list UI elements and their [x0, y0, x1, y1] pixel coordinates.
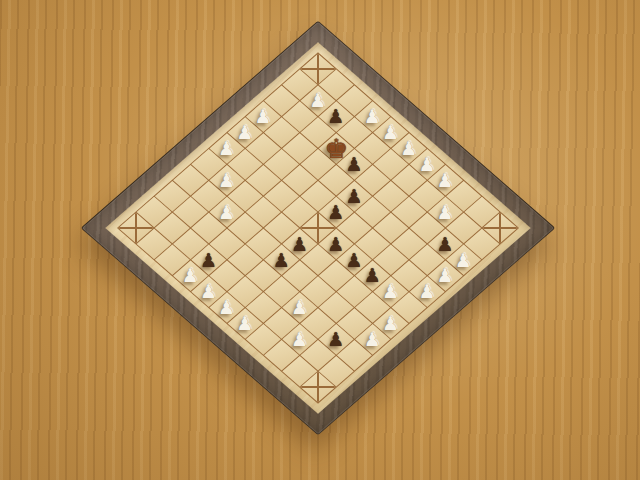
board-frame: ♟♟♟♟♟♟♟♟♚♟♟♟♟♟♟♟♟♟♟♟♟♟♟♟♟♟♟♟♟♟♟♟♟♟♟♟♟ [81, 21, 556, 436]
white-attacker-pawn[interactable]: ♟ [237, 121, 254, 145]
dark-defender-pawn[interactable]: ♟ [328, 232, 345, 256]
dark-defender-pawn[interactable]: ♟ [328, 327, 345, 351]
white-attacker-pawn[interactable]: ♟ [237, 311, 254, 335]
white-attacker-pawn[interactable]: ♟ [437, 168, 454, 192]
dark-defender-pawn[interactable]: ♟ [364, 264, 381, 288]
dark-defender-pawn[interactable]: ♟ [346, 152, 363, 176]
dark-defender-pawn[interactable]: ♟ [328, 105, 345, 129]
dark-defender-pawn[interactable]: ♟ [346, 184, 363, 208]
dark-defender-pawn[interactable]: ♟ [291, 232, 308, 256]
white-attacker-pawn[interactable]: ♟ [419, 152, 436, 176]
white-attacker-pawn[interactable]: ♟ [401, 136, 418, 160]
white-attacker-pawn[interactable]: ♟ [437, 200, 454, 224]
dark-defender-pawn[interactable]: ♟ [200, 248, 217, 272]
white-attacker-pawn[interactable]: ♟ [382, 121, 399, 145]
white-attacker-pawn[interactable]: ♟ [437, 264, 454, 288]
hnefatafl-board: ♟♟♟♟♟♟♟♟♚♟♟♟♟♟♟♟♟♟♟♟♟♟♟♟♟♟♟♟♟♟♟♟♟♟♟♟♟ [117, 52, 519, 403]
white-attacker-pawn[interactable]: ♟ [364, 105, 381, 129]
dark-defender-pawn[interactable]: ♟ [273, 248, 290, 272]
white-attacker-pawn[interactable]: ♟ [218, 136, 235, 160]
white-attacker-pawn[interactable]: ♟ [218, 296, 235, 320]
white-attacker-pawn[interactable]: ♟ [364, 327, 381, 351]
white-attacker-pawn[interactable]: ♟ [200, 280, 217, 304]
table-surface: ♟♟♟♟♟♟♟♟♚♟♟♟♟♟♟♟♟♟♟♟♟♟♟♟♟♟♟♟♟♟♟♟♟♟♟♟♟ [0, 0, 640, 480]
white-attacker-pawn[interactable]: ♟ [419, 280, 436, 304]
dark-defender-pawn[interactable]: ♟ [346, 248, 363, 272]
white-attacker-pawn[interactable]: ♟ [382, 280, 399, 304]
white-attacker-pawn[interactable]: ♟ [309, 89, 326, 113]
white-attacker-pawn[interactable]: ♟ [291, 327, 308, 351]
board-face: ♟♟♟♟♟♟♟♟♚♟♟♟♟♟♟♟♟♟♟♟♟♟♟♟♟♟♟♟♟♟♟♟♟♟♟♟♟ [105, 42, 530, 414]
white-attacker-pawn[interactable]: ♟ [218, 200, 235, 224]
white-attacker-pawn[interactable]: ♟ [182, 264, 199, 288]
white-attacker-pawn[interactable]: ♟ [382, 311, 399, 335]
white-attacker-pawn[interactable]: ♟ [218, 168, 235, 192]
white-attacker-pawn[interactable]: ♟ [291, 296, 308, 320]
white-attacker-pawn[interactable]: ♟ [455, 248, 472, 272]
white-attacker-pawn[interactable]: ♟ [255, 105, 272, 129]
dark-defender-pawn[interactable]: ♟ [328, 200, 345, 224]
dark-defender-pawn[interactable]: ♟ [437, 232, 454, 256]
